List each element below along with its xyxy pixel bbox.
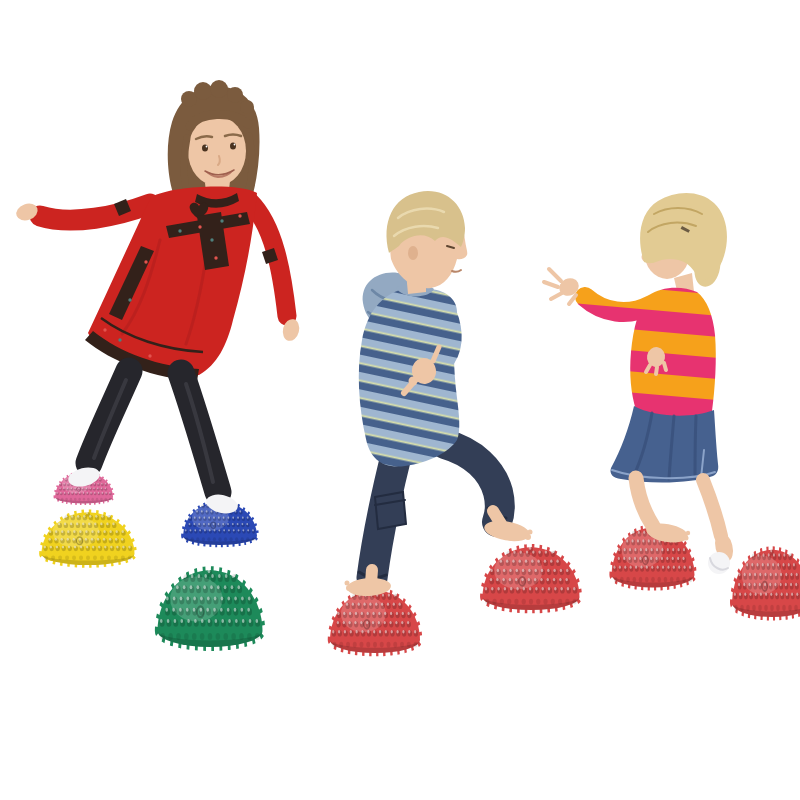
spike-dot xyxy=(64,523,66,526)
spike-dot xyxy=(759,583,761,587)
spike-dot xyxy=(573,599,577,605)
spike-dot xyxy=(537,560,539,563)
spike-dot xyxy=(98,492,99,494)
spike-dot xyxy=(97,530,99,533)
spike-dot xyxy=(363,603,365,606)
spike-dot xyxy=(794,605,798,611)
spike-dot xyxy=(496,578,498,581)
spike-dot xyxy=(638,531,640,534)
spike-dot xyxy=(194,529,196,531)
spike-dot xyxy=(71,492,72,494)
spike-dot xyxy=(194,517,196,519)
spike-dot xyxy=(97,483,98,485)
spike-dot xyxy=(87,492,88,494)
spike-dot xyxy=(560,569,562,572)
spike-dot xyxy=(378,621,380,624)
spike-dot xyxy=(234,597,237,601)
spike-dot xyxy=(751,563,753,567)
spike-dot xyxy=(339,642,343,648)
spike-dot xyxy=(382,593,384,596)
spike-dot xyxy=(620,577,624,583)
spike-dot xyxy=(208,633,213,640)
spike-dot xyxy=(485,599,489,605)
spike-dot xyxy=(789,553,791,557)
spike-dot xyxy=(548,587,550,590)
spike-dot xyxy=(242,619,245,623)
spike-dot xyxy=(515,578,517,581)
spike-dot xyxy=(485,587,487,590)
left-toes xyxy=(346,585,352,591)
spike-dot xyxy=(544,560,546,563)
spike-dot xyxy=(514,599,518,605)
spike-dot xyxy=(613,566,615,569)
cargo-pocket xyxy=(375,492,406,529)
spike-dot xyxy=(203,585,206,589)
spike-dot xyxy=(790,583,792,587)
spike-dot xyxy=(367,612,369,615)
spike-dot xyxy=(346,603,348,606)
spike-dot xyxy=(235,537,238,541)
spike-dot xyxy=(672,557,674,560)
spike-dot xyxy=(201,619,204,623)
spike-dot xyxy=(232,523,234,525)
spike-dot xyxy=(78,488,79,490)
spike-dot xyxy=(618,548,620,551)
spike-dot xyxy=(355,612,357,615)
spike-dot xyxy=(242,517,244,519)
spike-dot xyxy=(677,557,679,560)
spike-dot xyxy=(107,555,111,560)
spike-dot xyxy=(558,599,562,605)
spike-dot xyxy=(543,599,547,605)
spike-dot xyxy=(206,608,209,612)
spike-dot xyxy=(767,563,769,567)
spike-dot xyxy=(759,573,761,577)
spike-dot xyxy=(128,546,130,549)
spike-dot xyxy=(74,488,75,490)
spike-dot xyxy=(61,498,64,501)
spike-dot xyxy=(664,577,668,583)
spike-dot xyxy=(95,515,97,518)
spike-dot xyxy=(373,630,375,633)
spike-dot xyxy=(358,603,360,606)
spike-dot xyxy=(60,483,61,485)
spike-dot xyxy=(189,523,191,525)
spike-dot xyxy=(763,553,765,557)
spike-dot xyxy=(519,560,521,563)
spike-dot xyxy=(210,585,213,589)
spike-dot xyxy=(540,578,542,581)
spike-dot xyxy=(198,523,200,525)
spike-dot xyxy=(211,574,214,578)
spike-dot xyxy=(542,587,544,590)
spike-dot xyxy=(200,597,203,601)
spike-dot xyxy=(247,633,252,640)
spike-dot xyxy=(91,530,93,533)
spike-dot xyxy=(232,574,235,578)
spike-dot xyxy=(344,630,346,633)
spike-dot xyxy=(237,517,239,519)
spike-dot xyxy=(221,597,224,601)
spike-dot xyxy=(379,630,381,633)
spike-dot xyxy=(573,587,575,590)
spike-dot xyxy=(80,546,82,549)
spike-dot xyxy=(500,560,502,563)
spike-dot xyxy=(651,566,653,569)
spike-dot xyxy=(201,510,203,512)
spike-dot xyxy=(101,515,103,518)
spike-dot xyxy=(497,569,499,572)
spike-dot xyxy=(203,523,205,525)
spike-dot xyxy=(65,555,69,560)
spike-dot xyxy=(252,529,254,531)
spike-dot xyxy=(227,523,229,525)
spike-dot xyxy=(249,619,252,623)
spike-dot xyxy=(65,498,68,501)
spike-dot xyxy=(793,563,795,567)
spike-dot xyxy=(565,578,567,581)
spike-dot xyxy=(372,621,374,624)
spike-dot xyxy=(490,578,492,581)
spike-dot xyxy=(516,569,518,572)
eye-glint xyxy=(234,144,236,146)
spike-dot xyxy=(408,630,410,633)
spike-dot xyxy=(101,488,102,490)
spike-dot xyxy=(235,619,238,623)
spike-dot xyxy=(626,539,628,542)
spike-dot xyxy=(497,587,499,590)
spike-dot xyxy=(639,577,643,583)
spike-dot xyxy=(551,550,553,553)
spike-dot xyxy=(749,592,751,596)
spike-dot xyxy=(414,630,416,633)
spike-dot xyxy=(73,530,75,533)
spike-dot xyxy=(672,548,674,551)
spike-dot xyxy=(105,492,106,494)
spike-dot xyxy=(503,569,505,572)
spike-dot xyxy=(640,548,642,551)
spike-dot xyxy=(770,549,772,552)
spike-dot xyxy=(746,605,750,611)
spike-dot xyxy=(93,488,94,490)
spike-dot xyxy=(198,574,201,578)
spike-dot xyxy=(683,548,685,551)
spike-dot xyxy=(63,488,64,490)
spike-dot xyxy=(233,529,235,531)
spike-dot xyxy=(545,550,547,553)
spike-dot xyxy=(59,488,60,490)
spike-dot xyxy=(224,537,227,541)
spike-dot xyxy=(105,483,106,485)
spike-dot xyxy=(667,566,669,569)
spike-dot xyxy=(777,563,779,567)
spike-dot xyxy=(509,578,511,581)
spike-dot xyxy=(194,619,197,623)
spike-dot xyxy=(734,605,738,611)
spike-dot xyxy=(746,563,748,567)
spike-dot xyxy=(231,633,236,640)
spike-dot xyxy=(650,557,652,560)
spike-dot xyxy=(88,523,90,526)
spike-dot xyxy=(121,555,125,560)
spike-dot xyxy=(255,633,260,640)
spike-dot xyxy=(662,566,664,569)
spike-dot xyxy=(44,555,48,560)
spike-dot xyxy=(528,569,530,572)
spike-dot xyxy=(109,530,111,533)
spike-dot xyxy=(522,569,524,572)
spike-dot xyxy=(74,498,77,501)
spike-dot xyxy=(350,630,352,633)
spike-dot xyxy=(754,583,756,587)
spike-dot xyxy=(522,599,526,605)
spike-dot xyxy=(173,597,176,601)
spike-dot xyxy=(547,569,549,572)
spike-dot xyxy=(87,498,90,501)
spike-dot xyxy=(94,523,96,526)
spike-dot xyxy=(184,633,189,640)
spike-dot xyxy=(661,548,663,551)
spike-dot xyxy=(765,592,767,596)
spike-dot xyxy=(785,583,787,587)
spike-dot xyxy=(82,488,83,490)
spike-dot xyxy=(624,566,626,569)
spike-dot xyxy=(86,555,90,560)
spike-dot xyxy=(204,529,206,531)
spike-dot xyxy=(165,608,168,612)
spike-dot xyxy=(387,642,391,648)
spike-dot xyxy=(764,573,766,577)
spike-dot xyxy=(86,488,87,490)
face xyxy=(188,116,246,186)
spike-dot xyxy=(231,585,234,589)
spike-dot xyxy=(206,510,208,512)
spike-dot xyxy=(553,569,555,572)
spike-dot xyxy=(90,492,91,494)
spike-dot xyxy=(748,583,750,587)
spike-dot xyxy=(73,538,75,541)
spike-dot xyxy=(670,577,674,583)
spike-dot xyxy=(185,537,188,541)
spike-dot xyxy=(769,583,771,587)
spike-dot xyxy=(83,492,84,494)
spike-dot xyxy=(343,621,345,624)
spike-dot xyxy=(381,603,383,606)
spike-dot xyxy=(645,557,647,560)
spike-dot xyxy=(764,605,768,611)
spike-dot xyxy=(65,515,67,518)
spike-dot xyxy=(92,546,94,549)
spike-dot xyxy=(740,605,744,611)
spike-dot xyxy=(394,593,396,596)
spike-dot xyxy=(77,515,79,518)
spike-dot xyxy=(684,566,686,569)
spike-dot xyxy=(566,569,568,572)
spike-dot xyxy=(94,483,95,485)
spike-dot xyxy=(208,619,211,623)
spike-dot xyxy=(55,530,57,533)
spike-dot xyxy=(218,537,221,541)
spike-dot xyxy=(770,592,772,596)
spike-dot xyxy=(507,550,509,553)
spike-dot xyxy=(791,592,793,596)
spike-dot xyxy=(678,566,680,569)
spike-dot xyxy=(407,612,409,615)
spike-dot xyxy=(247,529,249,531)
spike-dot xyxy=(492,599,496,605)
spike-dot xyxy=(207,537,210,541)
spike-dot xyxy=(185,529,187,531)
spike-dot xyxy=(67,538,69,541)
spike-dot xyxy=(199,517,201,519)
spike-dot xyxy=(507,599,511,605)
spike-dot xyxy=(657,566,659,569)
spike-dot xyxy=(99,478,100,480)
spike-dot xyxy=(666,557,668,560)
spike-dot xyxy=(506,560,508,563)
spike-dot xyxy=(76,523,78,526)
spike-dot xyxy=(217,585,220,589)
spike-dot xyxy=(50,546,52,549)
spike-dot xyxy=(795,583,797,587)
spike-dot xyxy=(634,557,636,560)
spike-dot xyxy=(738,583,740,587)
scene-canvas xyxy=(0,0,800,800)
spike-dot xyxy=(86,546,88,549)
spike-dot xyxy=(228,619,231,623)
spike-dot xyxy=(744,573,746,577)
spike-dot xyxy=(220,608,223,612)
spike-dot xyxy=(86,512,88,515)
spike-dot xyxy=(246,523,248,525)
spike-dot xyxy=(213,608,216,612)
spike-dot xyxy=(333,642,337,648)
spike-dot xyxy=(744,592,746,596)
finger xyxy=(656,367,657,374)
spike-dot xyxy=(247,608,250,612)
spike-dot xyxy=(378,612,380,615)
product-photo xyxy=(0,0,800,800)
eye xyxy=(230,142,236,149)
spike-dot xyxy=(491,587,493,590)
spike-dot xyxy=(83,515,85,518)
spike-dot xyxy=(384,612,386,615)
spike-dot xyxy=(64,492,65,494)
spike-dot xyxy=(100,523,102,526)
spike-dot xyxy=(490,569,492,572)
spike-dot xyxy=(196,510,198,512)
spike-dot xyxy=(774,583,776,587)
spike-dot xyxy=(626,577,630,583)
spike-dot xyxy=(796,592,798,596)
spike-dot xyxy=(632,577,636,583)
spike-dot xyxy=(689,566,691,569)
spike-dot xyxy=(91,538,93,541)
spike-dot xyxy=(223,633,228,640)
spike-dot xyxy=(180,597,183,601)
spike-dot xyxy=(232,517,234,519)
spike-dot xyxy=(93,555,97,560)
spike-dot xyxy=(541,569,543,572)
spike-dot xyxy=(504,587,506,590)
spike-dot xyxy=(216,633,221,640)
spike-dot xyxy=(207,597,210,601)
spike-dot xyxy=(202,504,204,506)
spike-dot xyxy=(167,619,170,623)
spike-dot xyxy=(74,546,76,549)
spike-dot xyxy=(560,587,562,590)
spike-dot xyxy=(754,573,756,577)
spike-dot xyxy=(553,578,555,581)
spike-dot xyxy=(646,566,648,569)
spike-dot xyxy=(128,555,132,560)
spike-dot xyxy=(760,592,762,596)
spike-dot xyxy=(208,523,210,525)
spike-dot xyxy=(407,642,411,648)
spike-dot xyxy=(390,612,392,615)
spike-dot xyxy=(63,483,64,485)
spike-dot xyxy=(237,585,240,589)
spike-dot xyxy=(94,492,95,494)
spike-dot xyxy=(624,548,626,551)
spike-dot xyxy=(790,573,792,577)
spike-dot xyxy=(191,574,194,578)
spike-dot xyxy=(241,597,244,601)
spike-dot xyxy=(778,553,780,557)
spike-dot xyxy=(396,630,398,633)
spike-dot xyxy=(200,608,203,612)
spike-dot xyxy=(788,563,790,567)
spike-dot xyxy=(780,583,782,587)
spike-dot xyxy=(661,557,663,560)
spike-dot xyxy=(179,608,182,612)
spike-dot xyxy=(213,537,216,541)
hair-curl xyxy=(210,80,228,98)
spike-dot xyxy=(234,608,237,612)
spike-dot xyxy=(115,538,117,541)
spike-dot xyxy=(352,603,354,606)
spike-dot xyxy=(121,538,123,541)
spike-dot xyxy=(348,621,350,624)
spike-dot xyxy=(75,492,76,494)
spike-dot xyxy=(209,529,211,531)
hair-curl xyxy=(227,87,243,103)
spike-dot xyxy=(79,538,81,541)
spike-dot xyxy=(525,560,527,563)
spike-dot xyxy=(683,557,685,560)
spike-dot xyxy=(639,557,641,560)
spike-dot xyxy=(110,546,112,549)
spike-dot xyxy=(214,597,217,601)
spike-dot xyxy=(749,573,751,577)
spike-dot xyxy=(770,573,772,577)
spike-dot xyxy=(58,555,62,560)
spike-dot xyxy=(79,530,81,533)
spike-dot xyxy=(523,587,525,590)
spike-dot xyxy=(104,498,107,501)
spike-dot xyxy=(67,530,69,533)
hoodie-sleeve xyxy=(441,313,450,362)
spike-dot xyxy=(356,630,358,633)
spike-dot xyxy=(116,546,118,549)
spike-dot xyxy=(106,523,108,526)
spike-dot xyxy=(105,488,106,490)
spike-dot xyxy=(678,548,680,551)
eye-glint xyxy=(206,146,208,148)
spike-dot xyxy=(109,538,111,541)
spike-dot xyxy=(629,548,631,551)
spike-dot xyxy=(559,578,561,581)
